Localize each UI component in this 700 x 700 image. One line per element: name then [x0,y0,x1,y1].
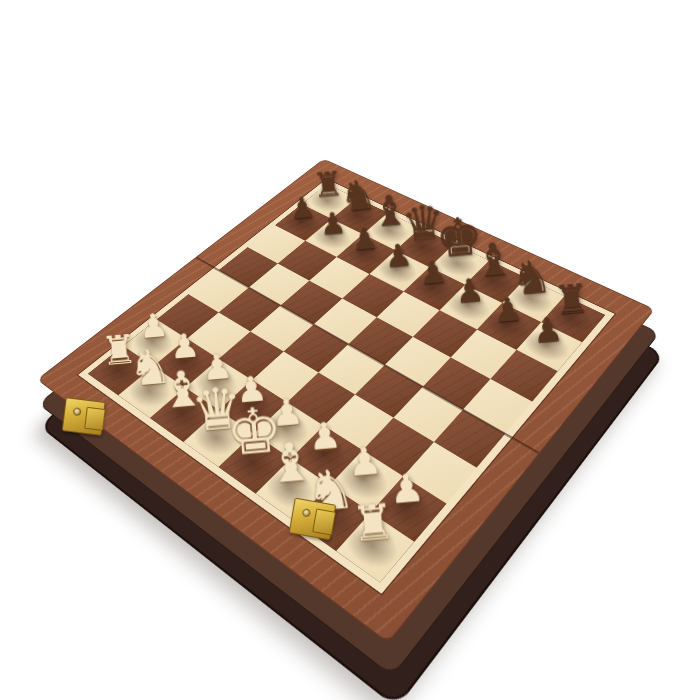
brass-clasp-bar [84,407,106,432]
brass-clasp-screw [302,508,311,517]
board-grid: ♜♞♝♛♚♝♞♜♟♟♟♟♟♟♟♟♟♟♟♟♟♟♟♟♜♞♝♛♚♝♞♜ [78,179,615,594]
piece-white-rook-h1[interactable]: ♜ [343,496,403,549]
brass-clasp-screw [73,407,82,416]
perspective-scene: ♜♞♝♛♚♝♞♜♟♟♟♟♟♟♟♟♟♟♟♟♟♟♟♟♜♞♝♛♚♝♞♜ [0,0,700,700]
brass-clasp-front [289,498,337,541]
board: ♜♞♝♛♚♝♞♜♟♟♟♟♟♟♟♟♟♟♟♟♟♟♟♟♜♞♝♛♚♝♞♜ [37,159,655,644]
square-a4[interactable] [188,270,249,312]
piece-black-pawn-h7[interactable]: ♟ [523,311,573,349]
brass-clasp-bar [312,509,336,536]
square-h1[interactable]: ♜ [336,513,414,583]
square-d4[interactable] [284,324,349,372]
chess-set-photo: ♜♞♝♛♚♝♞♜♟♟♟♟♟♟♟♟♟♟♟♟♟♟♟♟♜♞♝♛♚♝♞♜ [0,0,700,700]
brass-clasp-left [62,397,106,436]
